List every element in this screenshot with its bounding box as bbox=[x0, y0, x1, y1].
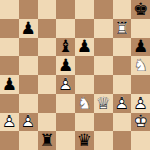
square-g1[interactable] bbox=[113, 131, 132, 150]
square-h7[interactable] bbox=[131, 19, 150, 38]
square-f5[interactable] bbox=[94, 56, 113, 75]
square-c4[interactable] bbox=[38, 75, 57, 94]
square-d7[interactable] bbox=[56, 19, 75, 38]
white-rook-piece: ♜♖ bbox=[113, 19, 132, 38]
white-knight-piece: ♞♘ bbox=[75, 94, 94, 113]
square-f1[interactable] bbox=[94, 131, 113, 150]
square-e3[interactable]: ♞♘ bbox=[75, 94, 94, 113]
black-queen-piece: ♛ bbox=[75, 131, 94, 150]
black-bishop-piece: ♝ bbox=[56, 38, 75, 57]
square-h6[interactable]: ♟ bbox=[131, 38, 150, 57]
square-c6[interactable] bbox=[38, 38, 57, 57]
square-a8[interactable] bbox=[0, 0, 19, 19]
square-c7[interactable] bbox=[38, 19, 57, 38]
square-h4[interactable] bbox=[131, 75, 150, 94]
black-pawn-piece: ♟ bbox=[19, 19, 38, 38]
square-g3[interactable]: ♟♙ bbox=[113, 94, 132, 113]
square-d5[interactable]: ♟ bbox=[56, 56, 75, 75]
chess-board: ♚♟♜♖♝♟♟♟♞♘♟♟♙♞♘♛♕♟♙♟♙♟♙♟♙♚♔♜♛ bbox=[0, 0, 150, 150]
square-c5[interactable] bbox=[38, 56, 57, 75]
square-f4[interactable] bbox=[94, 75, 113, 94]
square-d2[interactable] bbox=[56, 113, 75, 132]
square-g6[interactable] bbox=[113, 38, 132, 57]
square-d8[interactable] bbox=[56, 0, 75, 19]
white-pawn-piece: ♟♙ bbox=[56, 75, 75, 94]
square-h5[interactable]: ♞♘ bbox=[131, 56, 150, 75]
square-b6[interactable] bbox=[19, 38, 38, 57]
square-b4[interactable] bbox=[19, 75, 38, 94]
black-rook-piece: ♜ bbox=[38, 131, 57, 150]
square-a2[interactable]: ♟♙ bbox=[0, 113, 19, 132]
square-a1[interactable] bbox=[0, 131, 19, 150]
square-c8[interactable] bbox=[38, 0, 57, 19]
white-pawn-piece: ♟♙ bbox=[19, 113, 38, 132]
square-a6[interactable] bbox=[0, 38, 19, 57]
square-c3[interactable] bbox=[38, 94, 57, 113]
square-a5[interactable] bbox=[0, 56, 19, 75]
square-b5[interactable] bbox=[19, 56, 38, 75]
square-g5[interactable] bbox=[113, 56, 132, 75]
square-e8[interactable] bbox=[75, 0, 94, 19]
square-a7[interactable] bbox=[0, 19, 19, 38]
square-e1[interactable]: ♛ bbox=[75, 131, 94, 150]
square-h8[interactable]: ♚ bbox=[131, 0, 150, 19]
square-b2[interactable]: ♟♙ bbox=[19, 113, 38, 132]
square-a3[interactable] bbox=[0, 94, 19, 113]
square-e4[interactable] bbox=[75, 75, 94, 94]
square-d3[interactable] bbox=[56, 94, 75, 113]
square-b7[interactable]: ♟ bbox=[19, 19, 38, 38]
square-f2[interactable] bbox=[94, 113, 113, 132]
square-d1[interactable] bbox=[56, 131, 75, 150]
square-g2[interactable] bbox=[113, 113, 132, 132]
square-d6[interactable]: ♝ bbox=[56, 38, 75, 57]
square-b3[interactable] bbox=[19, 94, 38, 113]
white-king-piece: ♚♔ bbox=[131, 113, 150, 132]
square-c1[interactable]: ♜ bbox=[38, 131, 57, 150]
square-h1[interactable] bbox=[131, 131, 150, 150]
square-g4[interactable] bbox=[113, 75, 132, 94]
square-f6[interactable] bbox=[94, 38, 113, 57]
black-pawn-piece: ♟ bbox=[0, 75, 19, 94]
square-e2[interactable] bbox=[75, 113, 94, 132]
square-h3[interactable]: ♟♙ bbox=[131, 94, 150, 113]
square-e6[interactable]: ♟ bbox=[75, 38, 94, 57]
square-h2[interactable]: ♚♔ bbox=[131, 113, 150, 132]
black-pawn-piece: ♟ bbox=[56, 56, 75, 75]
white-pawn-piece: ♟♙ bbox=[113, 94, 132, 113]
square-d4[interactable]: ♟♙ bbox=[56, 75, 75, 94]
square-c2[interactable] bbox=[38, 113, 57, 132]
square-e5[interactable] bbox=[75, 56, 94, 75]
black-pawn-piece: ♟ bbox=[75, 38, 94, 57]
black-pawn-piece: ♟ bbox=[131, 38, 150, 57]
square-f8[interactable] bbox=[94, 0, 113, 19]
square-f7[interactable] bbox=[94, 19, 113, 38]
square-g7[interactable]: ♜♖ bbox=[113, 19, 132, 38]
white-knight-piece: ♞♘ bbox=[131, 56, 150, 75]
white-pawn-piece: ♟♙ bbox=[0, 113, 19, 132]
square-b8[interactable] bbox=[19, 0, 38, 19]
white-pawn-piece: ♟♙ bbox=[131, 94, 150, 113]
square-g8[interactable] bbox=[113, 0, 132, 19]
black-king-piece: ♚ bbox=[131, 0, 150, 19]
square-e7[interactable] bbox=[75, 19, 94, 38]
square-a4[interactable]: ♟ bbox=[0, 75, 19, 94]
square-f3[interactable]: ♛♕ bbox=[94, 94, 113, 113]
white-queen-piece: ♛♕ bbox=[94, 94, 113, 113]
square-b1[interactable] bbox=[19, 131, 38, 150]
